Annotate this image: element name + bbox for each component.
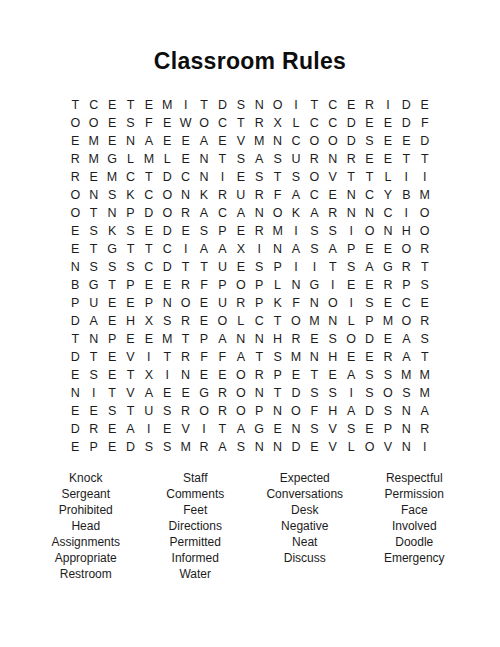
- grid-cell[interactable]: M: [305, 312, 323, 330]
- grid-cell[interactable]: E: [103, 312, 121, 330]
- grid-cell[interactable]: S: [360, 132, 378, 150]
- grid-cell[interactable]: R: [397, 258, 415, 276]
- grid-cell[interactable]: N: [268, 132, 286, 150]
- grid-cell[interactable]: M: [103, 168, 121, 186]
- grid-cell[interactable]: T: [268, 312, 286, 330]
- grid-cell[interactable]: M: [287, 348, 305, 366]
- grid-cell[interactable]: F: [213, 348, 231, 366]
- grid-cell[interactable]: D: [121, 438, 139, 456]
- grid-cell[interactable]: S: [250, 258, 268, 276]
- grid-cell[interactable]: S: [305, 384, 323, 402]
- grid-cell[interactable]: I: [287, 258, 305, 276]
- grid-cell[interactable]: L: [287, 114, 305, 132]
- grid-cell[interactable]: N: [66, 258, 84, 276]
- grid-cell[interactable]: E: [158, 384, 176, 402]
- grid-cell[interactable]: C: [140, 186, 158, 204]
- grid-cell[interactable]: N: [342, 186, 360, 204]
- grid-cell[interactable]: O: [158, 186, 176, 204]
- grid-cell[interactable]: T: [416, 150, 434, 168]
- grid-cell[interactable]: O: [232, 384, 250, 402]
- grid-cell[interactable]: O: [66, 204, 84, 222]
- grid-cell[interactable]: M: [84, 150, 102, 168]
- grid-cell[interactable]: F: [416, 114, 434, 132]
- grid-cell[interactable]: K: [195, 186, 213, 204]
- grid-cell[interactable]: O: [360, 222, 378, 240]
- grid-cell[interactable]: E: [232, 168, 250, 186]
- grid-cell[interactable]: O: [397, 240, 415, 258]
- grid-cell[interactable]: T: [342, 168, 360, 186]
- grid-cell[interactable]: E: [84, 168, 102, 186]
- grid-cell[interactable]: N: [176, 186, 194, 204]
- grid-cell[interactable]: T: [305, 366, 323, 384]
- grid-cell[interactable]: F: [287, 294, 305, 312]
- grid-cell[interactable]: E: [66, 402, 84, 420]
- grid-cell[interactable]: E: [140, 330, 158, 348]
- grid-cell[interactable]: I: [176, 240, 194, 258]
- grid-cell[interactable]: R: [250, 186, 268, 204]
- grid-cell[interactable]: D: [342, 132, 360, 150]
- grid-cell[interactable]: X: [140, 312, 158, 330]
- grid-cell[interactable]: E: [360, 276, 378, 294]
- grid-cell[interactable]: R: [342, 150, 360, 168]
- grid-cell[interactable]: I: [140, 348, 158, 366]
- grid-cell[interactable]: R: [416, 420, 434, 438]
- grid-cell[interactable]: A: [140, 132, 158, 150]
- grid-cell[interactable]: E: [66, 366, 84, 384]
- grid-cell[interactable]: S: [232, 96, 250, 114]
- grid-cell[interactable]: R: [379, 348, 397, 366]
- grid-cell[interactable]: R: [250, 366, 268, 384]
- grid-cell[interactable]: G: [103, 240, 121, 258]
- grid-cell[interactable]: C: [305, 186, 323, 204]
- grid-cell[interactable]: I: [305, 258, 323, 276]
- grid-cell[interactable]: S: [360, 366, 378, 384]
- grid-cell[interactable]: A: [140, 384, 158, 402]
- grid-cell[interactable]: I: [140, 420, 158, 438]
- grid-cell[interactable]: A: [195, 240, 213, 258]
- grid-cell[interactable]: T: [103, 276, 121, 294]
- grid-cell[interactable]: T: [176, 330, 194, 348]
- grid-cell[interactable]: O: [360, 438, 378, 456]
- grid-cell[interactable]: E: [158, 276, 176, 294]
- grid-cell[interactable]: E: [324, 186, 342, 204]
- grid-cell[interactable]: O: [416, 204, 434, 222]
- grid-cell[interactable]: M: [158, 330, 176, 348]
- grid-cell[interactable]: E: [158, 132, 176, 150]
- grid-cell[interactable]: T: [416, 348, 434, 366]
- grid-cell[interactable]: E: [195, 366, 213, 384]
- grid-cell[interactable]: R: [250, 222, 268, 240]
- grid-cell[interactable]: F: [268, 186, 286, 204]
- grid-cell[interactable]: G: [103, 150, 121, 168]
- grid-cell[interactable]: D: [397, 96, 415, 114]
- grid-cell[interactable]: T: [305, 96, 323, 114]
- grid-cell[interactable]: P: [103, 330, 121, 348]
- grid-cell[interactable]: B: [397, 186, 415, 204]
- grid-cell[interactable]: S: [140, 438, 158, 456]
- grid-cell[interactable]: T: [213, 420, 231, 438]
- grid-cell[interactable]: P: [379, 420, 397, 438]
- grid-cell[interactable]: S: [360, 294, 378, 312]
- grid-cell[interactable]: D: [213, 96, 231, 114]
- grid-cell[interactable]: L: [342, 438, 360, 456]
- grid-cell[interactable]: K: [287, 204, 305, 222]
- grid-cell[interactable]: D: [140, 204, 158, 222]
- grid-cell[interactable]: S: [232, 150, 250, 168]
- grid-cell[interactable]: N: [397, 438, 415, 456]
- grid-cell[interactable]: O: [66, 186, 84, 204]
- grid-cell[interactable]: N: [158, 294, 176, 312]
- grid-cell[interactable]: E: [379, 150, 397, 168]
- grid-cell[interactable]: N: [195, 168, 213, 186]
- grid-cell[interactable]: I: [158, 366, 176, 384]
- grid-cell[interactable]: D: [342, 114, 360, 132]
- grid-cell[interactable]: C: [84, 96, 102, 114]
- grid-cell[interactable]: V: [121, 348, 139, 366]
- grid-cell[interactable]: D: [287, 438, 305, 456]
- grid-cell[interactable]: E: [232, 258, 250, 276]
- grid-cell[interactable]: O: [84, 114, 102, 132]
- grid-cell[interactable]: E: [342, 276, 360, 294]
- grid-cell[interactable]: E: [66, 222, 84, 240]
- grid-cell[interactable]: E: [416, 294, 434, 312]
- grid-cell[interactable]: T: [66, 330, 84, 348]
- grid-cell[interactable]: D: [158, 222, 176, 240]
- grid-cell[interactable]: P: [268, 366, 286, 384]
- grid-cell[interactable]: E: [342, 348, 360, 366]
- grid-cell[interactable]: R: [305, 150, 323, 168]
- grid-cell[interactable]: P: [140, 294, 158, 312]
- grid-cell[interactable]: I: [416, 168, 434, 186]
- grid-cell[interactable]: N: [250, 204, 268, 222]
- grid-cell[interactable]: N: [305, 348, 323, 366]
- grid-cell[interactable]: W: [176, 114, 194, 132]
- grid-cell[interactable]: E: [379, 294, 397, 312]
- grid-cell[interactable]: V: [176, 420, 194, 438]
- grid-cell[interactable]: S: [305, 420, 323, 438]
- grid-cell[interactable]: A: [397, 348, 415, 366]
- grid-cell[interactable]: C: [305, 114, 323, 132]
- grid-cell[interactable]: B: [66, 276, 84, 294]
- grid-cell[interactable]: M: [84, 132, 102, 150]
- grid-cell[interactable]: P: [250, 294, 268, 312]
- grid-cell[interactable]: E: [232, 222, 250, 240]
- grid-cell[interactable]: C: [140, 258, 158, 276]
- grid-cell[interactable]: U: [213, 294, 231, 312]
- grid-cell[interactable]: X: [140, 366, 158, 384]
- grid-cell[interactable]: E: [195, 294, 213, 312]
- grid-cell[interactable]: V: [121, 384, 139, 402]
- grid-cell[interactable]: M: [140, 150, 158, 168]
- grid-cell[interactable]: G: [379, 258, 397, 276]
- grid-cell[interactable]: E: [360, 114, 378, 132]
- grid-cell[interactable]: T: [176, 258, 194, 276]
- grid-cell[interactable]: I: [213, 168, 231, 186]
- grid-cell[interactable]: A: [416, 402, 434, 420]
- grid-cell[interactable]: F: [195, 276, 213, 294]
- grid-cell[interactable]: S: [103, 258, 121, 276]
- grid-cell[interactable]: P: [195, 330, 213, 348]
- grid-cell[interactable]: S: [84, 366, 102, 384]
- grid-cell[interactable]: U: [213, 258, 231, 276]
- grid-cell[interactable]: E: [140, 96, 158, 114]
- grid-cell[interactable]: S: [84, 222, 102, 240]
- grid-cell[interactable]: O: [232, 402, 250, 420]
- grid-cell[interactable]: S: [232, 438, 250, 456]
- grid-cell[interactable]: S: [287, 168, 305, 186]
- grid-cell[interactable]: A: [213, 438, 231, 456]
- grid-cell[interactable]: I: [324, 276, 342, 294]
- grid-cell[interactable]: N: [84, 330, 102, 348]
- grid-cell[interactable]: L: [268, 276, 286, 294]
- grid-cell[interactable]: D: [66, 312, 84, 330]
- grid-cell[interactable]: P: [121, 204, 139, 222]
- grid-cell[interactable]: S: [416, 276, 434, 294]
- grid-cell[interactable]: A: [305, 204, 323, 222]
- grid-cell[interactable]: S: [103, 186, 121, 204]
- grid-cell[interactable]: O: [268, 204, 286, 222]
- grid-cell[interactable]: M: [268, 222, 286, 240]
- grid-cell[interactable]: M: [176, 438, 194, 456]
- grid-cell[interactable]: E: [103, 348, 121, 366]
- grid-cell[interactable]: S: [379, 402, 397, 420]
- grid-cell[interactable]: A: [360, 258, 378, 276]
- grid-cell[interactable]: T: [250, 348, 268, 366]
- grid-cell[interactable]: N: [121, 132, 139, 150]
- grid-cell[interactable]: E: [305, 330, 323, 348]
- grid-cell[interactable]: R: [195, 438, 213, 456]
- grid-cell[interactable]: A: [121, 420, 139, 438]
- grid-cell[interactable]: S: [379, 366, 397, 384]
- grid-cell[interactable]: P: [268, 258, 286, 276]
- grid-cell[interactable]: I: [84, 384, 102, 402]
- grid-cell[interactable]: N: [250, 330, 268, 348]
- grid-cell[interactable]: V: [324, 168, 342, 186]
- grid-cell[interactable]: N: [324, 312, 342, 330]
- grid-cell[interactable]: V: [324, 420, 342, 438]
- grid-cell[interactable]: G: [305, 276, 323, 294]
- grid-cell[interactable]: P: [397, 276, 415, 294]
- grid-cell[interactable]: A: [342, 402, 360, 420]
- grid-cell[interactable]: E: [379, 132, 397, 150]
- grid-cell[interactable]: S: [121, 222, 139, 240]
- grid-cell[interactable]: O: [305, 168, 323, 186]
- grid-cell[interactable]: H: [121, 312, 139, 330]
- grid-cell[interactable]: O: [287, 402, 305, 420]
- grid-cell[interactable]: T: [103, 384, 121, 402]
- grid-cell[interactable]: H: [324, 402, 342, 420]
- grid-cell[interactable]: R: [176, 348, 194, 366]
- grid-cell[interactable]: E: [268, 420, 286, 438]
- grid-cell[interactable]: C: [287, 132, 305, 150]
- grid-cell[interactable]: A: [195, 204, 213, 222]
- grid-cell[interactable]: T: [416, 258, 434, 276]
- grid-cell[interactable]: N: [250, 384, 268, 402]
- grid-cell[interactable]: N: [268, 402, 286, 420]
- grid-cell[interactable]: U: [287, 150, 305, 168]
- grid-cell[interactable]: N: [268, 438, 286, 456]
- grid-cell[interactable]: E: [158, 114, 176, 132]
- grid-cell[interactable]: I: [342, 384, 360, 402]
- grid-cell[interactable]: T: [121, 240, 139, 258]
- grid-cell[interactable]: R: [66, 168, 84, 186]
- grid-cell[interactable]: O: [195, 114, 213, 132]
- grid-cell[interactable]: U: [84, 294, 102, 312]
- grid-cell[interactable]: E: [66, 438, 84, 456]
- grid-cell[interactable]: A: [342, 366, 360, 384]
- grid-cell[interactable]: O: [195, 402, 213, 420]
- grid-cell[interactable]: S: [121, 258, 139, 276]
- grid-cell[interactable]: T: [140, 168, 158, 186]
- grid-cell[interactable]: I: [342, 294, 360, 312]
- grid-cell[interactable]: R: [176, 204, 194, 222]
- grid-cell[interactable]: O: [287, 312, 305, 330]
- grid-cell[interactable]: O: [268, 96, 286, 114]
- grid-cell[interactable]: C: [213, 204, 231, 222]
- grid-cell[interactable]: D: [360, 402, 378, 420]
- grid-cell[interactable]: E: [176, 132, 194, 150]
- grid-cell[interactable]: C: [397, 294, 415, 312]
- grid-cell[interactable]: M: [158, 96, 176, 114]
- grid-cell[interactable]: E: [360, 150, 378, 168]
- grid-cell[interactable]: N: [360, 204, 378, 222]
- grid-cell[interactable]: R: [176, 276, 194, 294]
- grid-cell[interactable]: D: [397, 114, 415, 132]
- grid-cell[interactable]: T: [84, 240, 102, 258]
- grid-cell[interactable]: L: [158, 150, 176, 168]
- grid-cell[interactable]: O: [158, 204, 176, 222]
- grid-cell[interactable]: M: [250, 132, 268, 150]
- grid-cell[interactable]: T: [213, 150, 231, 168]
- grid-cell[interactable]: V: [324, 438, 342, 456]
- grid-cell[interactable]: A: [250, 150, 268, 168]
- grid-cell[interactable]: E: [360, 240, 378, 258]
- grid-cell[interactable]: N: [379, 222, 397, 240]
- grid-cell[interactable]: S: [360, 384, 378, 402]
- grid-cell[interactable]: S: [342, 420, 360, 438]
- grid-cell[interactable]: T: [84, 204, 102, 222]
- grid-cell[interactable]: S: [324, 384, 342, 402]
- grid-cell[interactable]: E: [103, 294, 121, 312]
- grid-cell[interactable]: I: [379, 96, 397, 114]
- grid-cell[interactable]: A: [84, 312, 102, 330]
- grid-cell[interactable]: T: [268, 384, 286, 402]
- grid-cell[interactable]: C: [158, 240, 176, 258]
- grid-cell[interactable]: R: [360, 96, 378, 114]
- grid-cell[interactable]: A: [397, 330, 415, 348]
- grid-cell[interactable]: E: [287, 366, 305, 384]
- grid-cell[interactable]: P: [121, 276, 139, 294]
- grid-cell[interactable]: C: [360, 186, 378, 204]
- grid-cell[interactable]: D: [158, 168, 176, 186]
- grid-cell[interactable]: V: [232, 132, 250, 150]
- grid-cell[interactable]: N: [195, 150, 213, 168]
- grid-cell[interactable]: A: [213, 330, 231, 348]
- grid-cell[interactable]: T: [121, 402, 139, 420]
- grid-cell[interactable]: O: [342, 330, 360, 348]
- grid-cell[interactable]: T: [121, 96, 139, 114]
- grid-cell[interactable]: R: [213, 402, 231, 420]
- grid-cell[interactable]: O: [232, 366, 250, 384]
- grid-cell[interactable]: P: [66, 294, 84, 312]
- grid-cell[interactable]: R: [176, 312, 194, 330]
- grid-cell[interactable]: D: [287, 384, 305, 402]
- grid-cell[interactable]: S: [158, 438, 176, 456]
- grid-cell[interactable]: R: [416, 240, 434, 258]
- grid-cell[interactable]: N: [250, 438, 268, 456]
- grid-cell[interactable]: O: [176, 294, 194, 312]
- grid-cell[interactable]: V: [379, 438, 397, 456]
- grid-cell[interactable]: L: [342, 312, 360, 330]
- grid-cell[interactable]: P: [213, 276, 231, 294]
- grid-cell[interactable]: N: [287, 420, 305, 438]
- grid-cell[interactable]: T: [158, 348, 176, 366]
- grid-cell[interactable]: T: [268, 168, 286, 186]
- grid-cell[interactable]: A: [232, 204, 250, 222]
- grid-cell[interactable]: S: [158, 312, 176, 330]
- grid-cell[interactable]: I: [397, 204, 415, 222]
- grid-cell[interactable]: E: [379, 240, 397, 258]
- grid-cell[interactable]: A: [287, 240, 305, 258]
- grid-cell[interactable]: E: [103, 438, 121, 456]
- grid-cell[interactable]: N: [232, 330, 250, 348]
- grid-cell[interactable]: R: [250, 114, 268, 132]
- grid-cell[interactable]: E: [213, 366, 231, 384]
- grid-cell[interactable]: S: [121, 114, 139, 132]
- grid-cell[interactable]: E: [195, 312, 213, 330]
- grid-cell[interactable]: E: [103, 132, 121, 150]
- grid-cell[interactable]: G: [250, 420, 268, 438]
- grid-cell[interactable]: U: [232, 186, 250, 204]
- grid-cell[interactable]: G: [84, 276, 102, 294]
- grid-cell[interactable]: R: [213, 186, 231, 204]
- grid-cell[interactable]: E: [140, 222, 158, 240]
- grid-cell[interactable]: R: [232, 294, 250, 312]
- grid-cell[interactable]: I: [176, 96, 194, 114]
- grid-cell[interactable]: S: [268, 150, 286, 168]
- grid-cell[interactable]: E: [416, 96, 434, 114]
- grid-cell[interactable]: O: [379, 384, 397, 402]
- grid-cell[interactable]: E: [360, 420, 378, 438]
- grid-cell[interactable]: L: [232, 312, 250, 330]
- grid-cell[interactable]: P: [213, 222, 231, 240]
- grid-cell[interactable]: A: [232, 348, 250, 366]
- grid-cell[interactable]: N: [268, 240, 286, 258]
- grid-cell[interactable]: C: [213, 114, 231, 132]
- grid-cell[interactable]: O: [416, 222, 434, 240]
- grid-cell[interactable]: E: [103, 114, 121, 132]
- grid-cell[interactable]: I: [195, 420, 213, 438]
- grid-cell[interactable]: S: [268, 348, 286, 366]
- grid-cell[interactable]: S: [324, 330, 342, 348]
- grid-cell[interactable]: R: [84, 420, 102, 438]
- grid-cell[interactable]: O: [66, 114, 84, 132]
- grid-cell[interactable]: N: [103, 204, 121, 222]
- grid-cell[interactable]: E: [103, 420, 121, 438]
- grid-cell[interactable]: E: [158, 420, 176, 438]
- grid-cell[interactable]: F: [140, 114, 158, 132]
- grid-cell[interactable]: S: [397, 384, 415, 402]
- grid-cell[interactable]: H: [324, 348, 342, 366]
- grid-cell[interactable]: E: [121, 294, 139, 312]
- grid-cell[interactable]: G: [195, 384, 213, 402]
- grid-cell[interactable]: H: [397, 222, 415, 240]
- grid-cell[interactable]: U: [140, 402, 158, 420]
- grid-cell[interactable]: S: [305, 222, 323, 240]
- grid-cell[interactable]: S: [158, 402, 176, 420]
- grid-cell[interactable]: M: [379, 312, 397, 330]
- grid-cell[interactable]: E: [176, 150, 194, 168]
